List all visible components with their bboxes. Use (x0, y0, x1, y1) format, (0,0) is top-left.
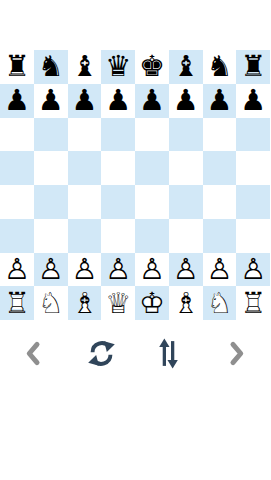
refresh-icon (87, 339, 116, 368)
square-h3[interactable] (236, 219, 270, 253)
square-b3[interactable] (34, 219, 68, 253)
square-d4[interactable] (101, 185, 135, 219)
chevron-right-icon (228, 340, 245, 367)
chevron-left-icon (25, 340, 42, 367)
square-e8[interactable]: ♚︎ (135, 50, 169, 84)
piece-black-king[interactable]: ♚︎ (135, 50, 169, 84)
square-h6[interactable] (236, 118, 270, 152)
refresh-button[interactable] (68, 333, 136, 373)
square-b6[interactable] (34, 118, 68, 152)
piece-black-pawn[interactable]: ♟︎ (236, 84, 270, 118)
square-e4[interactable] (135, 185, 169, 219)
square-h5[interactable] (236, 151, 270, 185)
square-g8[interactable]: ♞︎ (203, 50, 237, 84)
square-f6[interactable] (169, 118, 203, 152)
piece-outline: ♘︎ (38, 289, 64, 318)
piece-outline: ♗︎ (71, 289, 97, 318)
piece-black-queen[interactable]: ♛︎ (101, 50, 135, 84)
previous-button[interactable] (0, 333, 68, 373)
square-a2[interactable]: ♟︎♙︎ (0, 253, 34, 287)
square-a6[interactable] (0, 118, 34, 152)
piece-black-knight[interactable]: ♞︎ (34, 50, 68, 84)
piece-white-pawn[interactable]: ♟︎♙︎ (203, 253, 237, 287)
square-g3[interactable] (203, 219, 237, 253)
piece-black-pawn[interactable]: ♟︎ (169, 84, 203, 118)
piece-white-knight[interactable]: ♞︎♘︎ (203, 286, 237, 320)
piece-black-rook[interactable]: ♜︎ (236, 50, 270, 84)
chess-board: ♜︎♞︎♝︎♛︎♚︎♝︎♞︎♜︎♟︎♟︎♟︎♟︎♟︎♟︎♟︎♟︎♟︎♙︎♟︎♙︎… (0, 50, 270, 320)
square-h4[interactable] (236, 185, 270, 219)
piece-white-pawn[interactable]: ♟︎♙︎ (135, 253, 169, 287)
up-down-arrows-icon (156, 338, 181, 369)
square-d2[interactable]: ♟︎♙︎ (101, 253, 135, 287)
square-a1[interactable]: ♜︎♖︎ (0, 286, 34, 320)
piece-outline: ♕︎ (105, 289, 131, 318)
piece-black-pawn[interactable]: ♟︎ (101, 84, 135, 118)
square-g2[interactable]: ♟︎♙︎ (203, 253, 237, 287)
square-g7[interactable]: ♟︎ (203, 84, 237, 118)
piece-black-pawn[interactable]: ♟︎ (0, 84, 34, 118)
square-e6[interactable] (135, 118, 169, 152)
piece-white-pawn[interactable]: ♟︎♙︎ (169, 253, 203, 287)
square-e1[interactable]: ♚︎♔︎ (135, 286, 169, 320)
square-d1[interactable]: ♛︎♕︎ (101, 286, 135, 320)
piece-outline: ♙︎ (206, 255, 232, 284)
square-d8[interactable]: ♛︎ (101, 50, 135, 84)
square-c5[interactable] (68, 151, 102, 185)
piece-outline: ♙︎ (139, 255, 165, 284)
square-e3[interactable] (135, 219, 169, 253)
piece-outline: ♖︎ (4, 289, 30, 318)
piece-white-knight[interactable]: ♞︎♘︎ (34, 286, 68, 320)
square-a8[interactable]: ♜︎ (0, 50, 34, 84)
square-a7[interactable]: ♟︎ (0, 84, 34, 118)
square-a4[interactable] (0, 185, 34, 219)
square-h7[interactable]: ♟︎ (236, 84, 270, 118)
square-c1[interactable]: ♝︎♗︎ (68, 286, 102, 320)
piece-white-pawn[interactable]: ♟︎♙︎ (236, 253, 270, 287)
square-b2[interactable]: ♟︎♙︎ (34, 253, 68, 287)
square-e2[interactable]: ♟︎♙︎ (135, 253, 169, 287)
piece-outline: ♙︎ (173, 255, 199, 284)
square-a5[interactable] (0, 151, 34, 185)
piece-white-rook[interactable]: ♜︎♖︎ (236, 286, 270, 320)
piece-outline: ♙︎ (71, 255, 97, 284)
piece-outline: ♘︎ (206, 289, 232, 318)
square-d6[interactable] (101, 118, 135, 152)
square-h2[interactable]: ♟︎♙︎ (236, 253, 270, 287)
piece-outline: ♙︎ (105, 255, 131, 284)
square-d7[interactable]: ♟︎ (101, 84, 135, 118)
piece-black-knight[interactable]: ♞︎ (203, 50, 237, 84)
piece-black-pawn[interactable]: ♟︎ (34, 84, 68, 118)
square-f7[interactable]: ♟︎ (169, 84, 203, 118)
square-f8[interactable]: ♝︎ (169, 50, 203, 84)
square-f5[interactable] (169, 151, 203, 185)
piece-white-pawn[interactable]: ♟︎♙︎ (34, 253, 68, 287)
square-f1[interactable]: ♝︎♗︎ (169, 286, 203, 320)
piece-white-queen[interactable]: ♛︎♕︎ (101, 286, 135, 320)
square-g1[interactable]: ♞︎♘︎ (203, 286, 237, 320)
square-e5[interactable] (135, 151, 169, 185)
square-f2[interactable]: ♟︎♙︎ (169, 253, 203, 287)
piece-white-pawn[interactable]: ♟︎♙︎ (101, 253, 135, 287)
piece-white-rook[interactable]: ♜︎♖︎ (0, 286, 34, 320)
square-c8[interactable]: ♝︎ (68, 50, 102, 84)
piece-black-bishop[interactable]: ♝︎ (68, 50, 102, 84)
square-h1[interactable]: ♜︎♖︎ (236, 286, 270, 320)
piece-black-bishop[interactable]: ♝︎ (169, 50, 203, 84)
square-c4[interactable] (68, 185, 102, 219)
square-b7[interactable]: ♟︎ (34, 84, 68, 118)
piece-outline: ♖︎ (240, 289, 266, 318)
piece-outline: ♗︎ (173, 289, 199, 318)
square-c7[interactable]: ♟︎ (68, 84, 102, 118)
square-b8[interactable]: ♞︎ (34, 50, 68, 84)
piece-outline: ♙︎ (240, 255, 266, 284)
piece-outline: ♙︎ (4, 255, 30, 284)
piece-white-bishop[interactable]: ♝︎♗︎ (169, 286, 203, 320)
square-b1[interactable]: ♞︎♘︎ (34, 286, 68, 320)
piece-white-bishop[interactable]: ♝︎♗︎ (68, 286, 102, 320)
piece-white-pawn[interactable]: ♟︎♙︎ (68, 253, 102, 287)
square-b5[interactable] (34, 151, 68, 185)
square-g5[interactable] (203, 151, 237, 185)
piece-black-rook[interactable]: ♜︎ (0, 50, 34, 84)
piece-black-pawn[interactable]: ♟︎ (203, 84, 237, 118)
piece-black-pawn[interactable]: ♟︎ (135, 84, 169, 118)
square-g4[interactable] (203, 185, 237, 219)
square-g6[interactable] (203, 118, 237, 152)
flip-board-button[interactable] (135, 333, 203, 373)
square-c6[interactable] (68, 118, 102, 152)
next-button[interactable] (203, 333, 271, 373)
piece-white-pawn[interactable]: ♟︎♙︎ (0, 253, 34, 287)
piece-white-king[interactable]: ♚︎♔︎ (135, 286, 169, 320)
square-f3[interactable] (169, 219, 203, 253)
square-c2[interactable]: ♟︎♙︎ (68, 253, 102, 287)
square-c3[interactable] (68, 219, 102, 253)
square-d3[interactable] (101, 219, 135, 253)
square-e7[interactable]: ♟︎ (135, 84, 169, 118)
piece-black-pawn[interactable]: ♟︎ (68, 84, 102, 118)
square-h8[interactable]: ♜︎ (236, 50, 270, 84)
piece-outline: ♙︎ (38, 255, 64, 284)
square-b4[interactable] (34, 185, 68, 219)
square-d5[interactable] (101, 151, 135, 185)
square-f4[interactable] (169, 185, 203, 219)
piece-outline: ♔︎ (139, 289, 165, 318)
toolbar (0, 333, 270, 373)
square-a3[interactable] (0, 219, 34, 253)
